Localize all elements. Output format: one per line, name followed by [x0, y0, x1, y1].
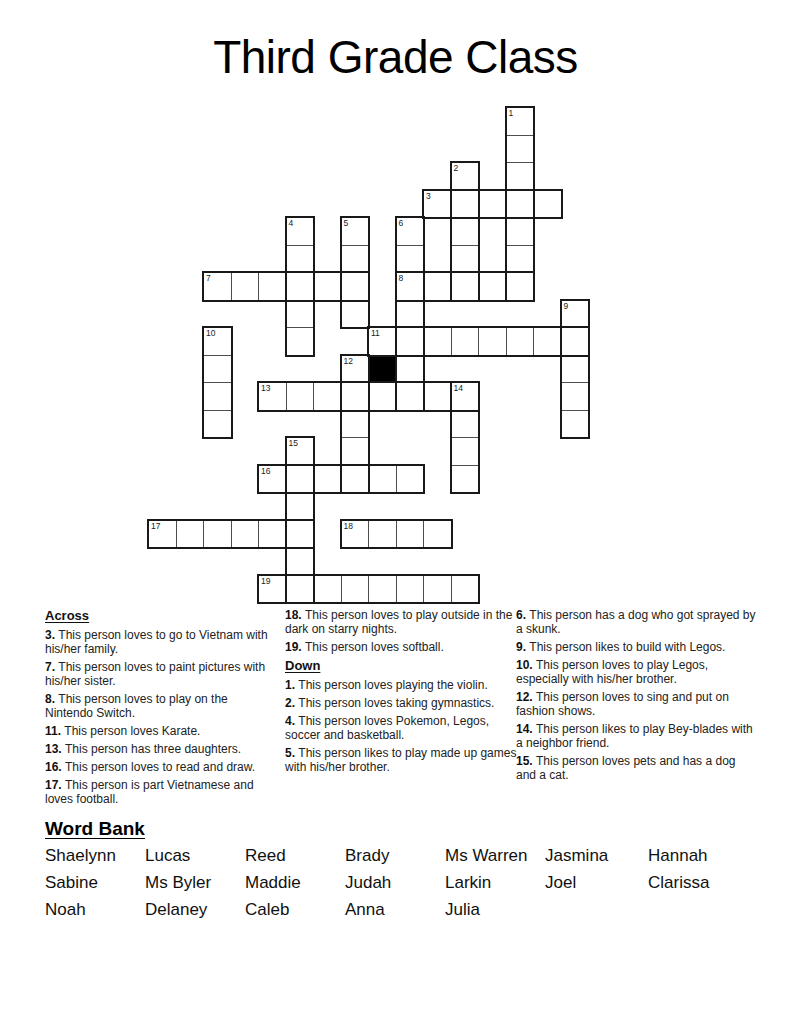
clue-text: This person loves to play outside in the… — [285, 608, 512, 636]
cell-r7-c9[interactable] — [396, 300, 425, 329]
cell-r2-c11[interactable]: 2 — [451, 162, 480, 191]
clue-number: 1. — [285, 678, 298, 692]
cell-number-4: 4 — [289, 218, 294, 228]
word-bank-name: Ms Byler — [145, 873, 245, 893]
cell-r8-c14[interactable] — [533, 327, 562, 356]
cell-number-17: 17 — [151, 521, 160, 531]
word-bank-name: Lucas — [145, 846, 245, 866]
cell-number-13: 13 — [261, 383, 270, 393]
clue-2: 2. This person loves taking gymnastics. — [285, 696, 517, 710]
clue-number: 2. — [285, 696, 298, 710]
clue-number: 3. — [45, 628, 58, 642]
clue-3: 3. This person loves to go to Vietnam wi… — [45, 628, 277, 656]
word-bank-name: Joel — [545, 873, 648, 893]
cell-r11-c7[interactable] — [341, 410, 370, 439]
clue-16: 16. This person loves to read and draw. — [45, 760, 277, 774]
cell-r12-c7[interactable] — [341, 437, 370, 466]
clue-text: This person loves softball. — [305, 640, 444, 654]
cell-r15-c2[interactable] — [203, 520, 232, 549]
clue-1: 1. This person loves playing the violin. — [285, 678, 517, 692]
cell-r14-c5[interactable] — [286, 492, 315, 521]
cell-r13-c5[interactable] — [286, 465, 315, 494]
word-bank-name: Reed — [245, 846, 345, 866]
word-bank-name: Jasmina — [545, 846, 648, 866]
word-bank-name: Maddie — [245, 873, 345, 893]
cell-r17-c9[interactable] — [396, 575, 425, 604]
word-bank-name: Noah — [45, 900, 145, 920]
word-bank-name: Clarissa — [648, 873, 744, 893]
cell-r5-c7[interactable] — [341, 245, 370, 274]
cell-r10-c6[interactable] — [313, 382, 342, 411]
cell-r6-c9[interactable]: 8 — [396, 272, 425, 301]
cell-r7-c5[interactable] — [286, 300, 315, 329]
cell-r7-c7[interactable] — [341, 300, 370, 329]
cell-r15-c4[interactable] — [258, 520, 287, 549]
page-title: Third Grade Class — [0, 30, 791, 84]
cell-r8-c2[interactable]: 10 — [203, 327, 232, 356]
word-bank-name: Julia — [445, 900, 545, 920]
cell-r5-c5[interactable] — [286, 245, 315, 274]
cell-r13-c4[interactable]: 16 — [258, 465, 287, 494]
cell-r6-c3[interactable] — [231, 272, 260, 301]
clue-13: 13. This person has three daughters. — [45, 742, 277, 756]
word-bank-name: Judah — [345, 873, 445, 893]
word-bank-name: Brady — [345, 846, 445, 866]
cell-r5-c13[interactable] — [506, 245, 535, 274]
clue-text: This person has a dog who got sprayed by… — [516, 608, 755, 636]
clue-number: 11. — [45, 724, 64, 738]
word-bank-name: Caleb — [245, 900, 345, 920]
cell-r13-c8[interactable] — [368, 465, 397, 494]
cell-r11-c11[interactable] — [451, 410, 480, 439]
clue-10: 10. This person loves to play Legos, esp… — [516, 658, 758, 686]
clue-number: 17. — [45, 778, 65, 792]
clue-text: This person loves to sing and put on fas… — [516, 690, 729, 718]
word-bank-name: Ms Warren — [445, 846, 545, 866]
clue-text: This person loves to paint pictures with… — [45, 660, 265, 688]
clues-across-header: Across — [45, 608, 277, 623]
clue-column-3: 6. This person has a dog who got sprayed… — [516, 608, 758, 786]
cell-number-12: 12 — [344, 356, 353, 366]
clue-text: This person loves Karate. — [64, 724, 200, 738]
cell-r15-c3[interactable] — [231, 520, 260, 549]
cell-r17-c10[interactable] — [423, 575, 452, 604]
clue-text: This person likes to build with Legos. — [529, 640, 725, 654]
clue-6: 6. This person has a dog who got sprayed… — [516, 608, 758, 636]
clue-number: 4. — [285, 714, 298, 728]
cell-number-3: 3 — [426, 191, 431, 201]
cell-r8-c11[interactable] — [451, 327, 480, 356]
cell-number-7: 7 — [206, 273, 211, 283]
cell-r10-c7[interactable] — [341, 382, 370, 411]
cell-r10-c9[interactable] — [396, 382, 425, 411]
cell-number-2: 2 — [454, 163, 459, 173]
clue-5: 5. This person likes to play made up gam… — [285, 746, 517, 774]
clue-number: 15. — [516, 754, 536, 768]
cell-r4-c5[interactable]: 4 — [286, 217, 315, 246]
cell-r15-c5[interactable] — [286, 520, 315, 549]
cell-r8-c13[interactable] — [506, 327, 535, 356]
clue-column-2: 18. This person loves to play outside in… — [285, 608, 517, 778]
clue-text: This person loves playing the violin. — [298, 678, 487, 692]
cell-r10-c5[interactable] — [286, 382, 315, 411]
cell-number-19: 19 — [261, 576, 270, 586]
clue-column-1: Across3. This person loves to go to Viet… — [45, 608, 277, 810]
cell-r10-c15[interactable] — [561, 382, 590, 411]
cell-r6-c7[interactable] — [341, 272, 370, 301]
clue-11: 11. This person loves Karate. — [45, 724, 277, 738]
clue-number: 16. — [45, 760, 65, 774]
crossword-worksheet: Third Grade Class 1234567891011121314151… — [0, 0, 791, 1024]
clue-number: 13. — [45, 742, 65, 756]
cell-number-11: 11 — [371, 328, 380, 338]
cell-r11-c2[interactable] — [203, 410, 232, 439]
cell-r3-c11[interactable] — [451, 190, 480, 219]
cell-r17-c5[interactable] — [286, 575, 315, 604]
clue-18: 18. This person loves to play outside in… — [285, 608, 517, 636]
cell-r4-c11[interactable] — [451, 217, 480, 246]
cell-r6-c5[interactable] — [286, 272, 315, 301]
clue-number: 9. — [516, 640, 529, 654]
cell-r8-c12[interactable] — [478, 327, 507, 356]
word-bank-name: Hannah — [648, 846, 744, 866]
cell-number-5: 5 — [344, 218, 349, 228]
clue-text: This person loves to read and draw. — [65, 760, 255, 774]
clue-number: 12. — [516, 690, 536, 704]
black-cell — [368, 355, 397, 384]
clue-number: 18. — [285, 608, 305, 622]
clue-text: This person is part Vietnamese and loves… — [45, 778, 254, 806]
crossword-grid: 12345678910111213141516171819 — [148, 107, 590, 604]
clue-8: 8. This person loves to play on the Nint… — [45, 692, 277, 720]
word-bank-name: Delaney — [145, 900, 245, 920]
cell-r10-c11[interactable]: 14 — [451, 382, 480, 411]
cell-r9-c7[interactable]: 12 — [341, 355, 370, 384]
cell-r16-c5[interactable] — [286, 547, 315, 576]
cell-r15-c1[interactable] — [176, 520, 205, 549]
cell-r8-c15[interactable] — [561, 327, 590, 356]
clue-number: 8. — [45, 692, 58, 706]
cell-r17-c11[interactable] — [451, 575, 480, 604]
cell-r9-c15[interactable] — [561, 355, 590, 384]
cell-r6-c10[interactable] — [423, 272, 452, 301]
cell-r4-c7[interactable]: 5 — [341, 217, 370, 246]
cell-number-1: 1 — [509, 108, 514, 118]
clue-14: 14. This person likes to play Bey-blades… — [516, 722, 758, 750]
clue-number: 7. — [45, 660, 58, 674]
clue-text: This person likes to play Bey-blades wit… — [516, 722, 753, 750]
clue-19: 19. This person loves softball. — [285, 640, 517, 654]
cell-r6-c6[interactable] — [313, 272, 342, 301]
word-bank-name: Sabine — [45, 873, 145, 893]
clue-4: 4. This person loves Pokemon, Legos, soc… — [285, 714, 517, 742]
cell-r17-c8[interactable] — [368, 575, 397, 604]
cell-r1-c13[interactable] — [506, 135, 535, 164]
cell-number-16: 16 — [261, 466, 270, 476]
clue-number: 10. — [516, 658, 536, 672]
clue-text: This person loves pets and has a dog and… — [516, 754, 735, 782]
clue-text: This person loves taking gymnastics. — [298, 696, 494, 710]
cell-r9-c2[interactable] — [203, 355, 232, 384]
cell-number-9: 9 — [564, 301, 569, 311]
cell-r8-c9[interactable] — [396, 327, 425, 356]
cell-r5-c11[interactable] — [451, 245, 480, 274]
cell-r15-c8[interactable] — [368, 520, 397, 549]
cell-r8-c5[interactable] — [286, 327, 315, 356]
cell-r15-c0[interactable]: 17 — [148, 520, 177, 549]
cell-r9-c9[interactable] — [396, 355, 425, 384]
clue-text: This person likes to play made up games … — [285, 746, 516, 774]
cell-r2-c13[interactable] — [506, 162, 535, 191]
cell-r13-c6[interactable] — [313, 465, 342, 494]
cell-r4-c13[interactable] — [506, 217, 535, 246]
clue-9: 9. This person likes to build with Legos… — [516, 640, 758, 654]
clue-number: 19. — [285, 640, 305, 654]
cell-number-6: 6 — [399, 218, 404, 228]
cell-r12-c11[interactable] — [451, 437, 480, 466]
cell-r10-c4[interactable]: 13 — [258, 382, 287, 411]
clue-number: 5. — [285, 746, 298, 760]
clue-7: 7. This person loves to paint pictures w… — [45, 660, 277, 688]
cell-r13-c7[interactable] — [341, 465, 370, 494]
clue-text: This person loves Pokemon, Legos, soccer… — [285, 714, 489, 742]
clue-12: 12. This person loves to sing and put on… — [516, 690, 758, 718]
cell-r6-c12[interactable] — [478, 272, 507, 301]
cell-r17-c4[interactable]: 19 — [258, 575, 287, 604]
cell-r15-c10[interactable] — [423, 520, 452, 549]
cell-r3-c13[interactable] — [506, 190, 535, 219]
cell-r7-c15[interactable]: 9 — [561, 300, 590, 329]
clue-number: 6. — [516, 608, 529, 622]
cell-r3-c14[interactable] — [533, 190, 562, 219]
cell-r8-c10[interactable] — [423, 327, 452, 356]
cell-r10-c8[interactable] — [368, 382, 397, 411]
clue-text: This person loves to go to Vietnam with … — [45, 628, 268, 656]
cell-r13-c11[interactable] — [451, 465, 480, 494]
cell-number-8: 8 — [399, 273, 404, 283]
cell-r6-c2[interactable]: 7 — [203, 272, 232, 301]
word-bank-name: Shaelynn — [45, 846, 145, 866]
word-bank-grid: ShaelynnLucasReedBradyMs WarrenJasminaHa… — [45, 846, 744, 920]
word-bank-name: Anna — [345, 900, 445, 920]
clue-number: 14. — [516, 722, 536, 736]
cell-r5-c9[interactable] — [396, 245, 425, 274]
cell-r6-c11[interactable] — [451, 272, 480, 301]
cell-r12-c5[interactable]: 15 — [286, 437, 315, 466]
clue-text: This person loves to play on the Nintend… — [45, 692, 228, 720]
cell-r3-c12[interactable] — [478, 190, 507, 219]
clues-down-header: Down — [285, 658, 517, 673]
clue-text: This person has three daughters. — [65, 742, 241, 756]
cell-r10-c2[interactable] — [203, 382, 232, 411]
cell-r10-c10[interactable] — [423, 382, 452, 411]
cell-r4-c9[interactable]: 6 — [396, 217, 425, 246]
cell-r3-c10[interactable]: 3 — [423, 190, 452, 219]
cell-r6-c13[interactable] — [506, 272, 535, 301]
clue-15: 15. This person loves pets and has a dog… — [516, 754, 758, 782]
cell-number-15: 15 — [289, 438, 298, 448]
cell-number-14: 14 — [454, 383, 463, 393]
cell-number-18: 18 — [344, 521, 353, 531]
clue-text: This person loves to play Legos, especia… — [516, 658, 708, 686]
cell-r13-c9[interactable] — [396, 465, 425, 494]
cell-r17-c6[interactable] — [313, 575, 342, 604]
cell-r8-c8[interactable]: 11 — [368, 327, 397, 356]
cell-r15-c9[interactable] — [396, 520, 425, 549]
cell-number-10: 10 — [206, 328, 215, 338]
word-bank-title: Word Bank — [45, 818, 145, 840]
cell-r17-c7[interactable] — [341, 575, 370, 604]
clue-17: 17. This person is part Vietnamese and l… — [45, 778, 277, 806]
word-bank-name: Larkin — [445, 873, 545, 893]
cell-r6-c4[interactable] — [258, 272, 287, 301]
cell-r0-c13[interactable]: 1 — [506, 107, 535, 136]
cell-r11-c15[interactable] — [561, 410, 590, 439]
cell-r15-c7[interactable]: 18 — [341, 520, 370, 549]
